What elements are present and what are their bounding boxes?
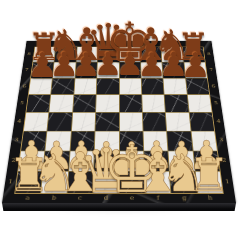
square-h4[interactable] <box>189 113 214 131</box>
product-photo-scene: 87654321 87654321 abcdefgh ♜♞♝♛♚♝♞♜♟♟♟♟♟… <box>0 0 238 238</box>
piece-black-pawn[interactable]: ♟ <box>180 48 211 82</box>
square-h5[interactable] <box>187 95 211 112</box>
square-c5[interactable] <box>73 95 96 112</box>
square-f4[interactable] <box>143 113 167 131</box>
square-e5[interactable] <box>119 95 141 112</box>
piece-white-rook[interactable]: ♜ <box>188 152 230 198</box>
square-g5[interactable] <box>165 95 189 112</box>
square-a4[interactable] <box>24 113 49 131</box>
square-d5[interactable] <box>96 95 118 112</box>
square-g4[interactable] <box>166 113 190 131</box>
square-b4[interactable] <box>48 113 72 131</box>
square-e4[interactable] <box>119 113 142 131</box>
square-c4[interactable] <box>72 113 96 131</box>
square-b5[interactable] <box>50 95 74 112</box>
square-f5[interactable] <box>142 95 165 112</box>
square-a5[interactable] <box>26 95 50 112</box>
square-d4[interactable] <box>96 113 119 131</box>
